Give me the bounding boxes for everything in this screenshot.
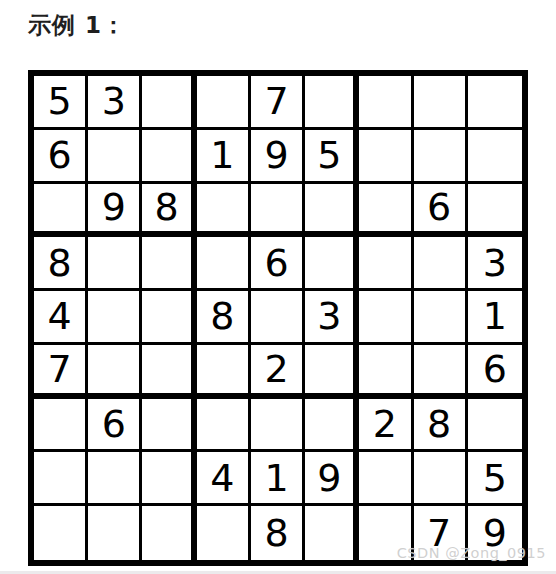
sudoku-cell-r2c8[interactable]	[414, 130, 468, 184]
sudoku-cell-r1c1[interactable]: 5	[34, 76, 88, 130]
sudoku-cell-r4c2[interactable]	[88, 237, 142, 291]
sudoku-cell-r1c2[interactable]: 3	[88, 76, 142, 130]
sudoku-board: 537619598686348317266284195879	[28, 70, 528, 566]
sudoku-cell-r2c9[interactable]	[468, 130, 522, 184]
sudoku-cell-r9c5[interactable]: 8	[251, 506, 305, 560]
watermark: CSDN @Zong_0915	[397, 545, 546, 561]
sudoku-cell-r6c1[interactable]: 7	[34, 345, 88, 399]
sudoku-cell-r4c9[interactable]: 3	[468, 237, 522, 291]
sudoku-cell-r3c1[interactable]	[34, 184, 88, 238]
sudoku-cell-r3c3[interactable]: 8	[142, 184, 196, 238]
sudoku-cell-r4c4[interactable]	[197, 237, 251, 291]
sudoku-cell-r5c1[interactable]: 4	[34, 291, 88, 345]
sudoku-cell-r4c5[interactable]: 6	[251, 237, 305, 291]
sudoku-cell-r3c8[interactable]: 6	[414, 184, 468, 238]
sudoku-cell-r3c2[interactable]: 9	[88, 184, 142, 238]
sudoku-cell-r2c1[interactable]: 6	[34, 130, 88, 184]
sudoku-cell-r3c9[interactable]	[468, 184, 522, 238]
sudoku-cell-r4c3[interactable]	[142, 237, 196, 291]
sudoku-cell-r1c7[interactable]	[359, 76, 413, 130]
sudoku-cell-r6c6[interactable]	[305, 345, 359, 399]
sudoku-cell-r6c3[interactable]	[142, 345, 196, 399]
sudoku-cell-r7c1[interactable]	[34, 399, 88, 453]
sudoku-cell-r4c6[interactable]	[305, 237, 359, 291]
sudoku-cell-r4c7[interactable]	[359, 237, 413, 291]
sudoku-cell-r8c8[interactable]	[414, 452, 468, 506]
sudoku-cell-r8c2[interactable]	[88, 452, 142, 506]
sudoku-cell-r8c6[interactable]: 9	[305, 452, 359, 506]
sudoku-cell-r1c3[interactable]	[142, 76, 196, 130]
sudoku-cell-r1c5[interactable]: 7	[251, 76, 305, 130]
sudoku-cell-r9c4[interactable]	[197, 506, 251, 560]
sudoku-cell-r9c3[interactable]	[142, 506, 196, 560]
sudoku-cell-r3c4[interactable]	[197, 184, 251, 238]
page: 示例 1： 537619598686348317266284195879 CSD…	[0, 0, 556, 574]
sudoku-cell-r5c3[interactable]	[142, 291, 196, 345]
sudoku-cell-r7c2[interactable]: 6	[88, 399, 142, 453]
sudoku-cell-r4c8[interactable]	[414, 237, 468, 291]
sudoku-cell-r7c5[interactable]	[251, 399, 305, 453]
sudoku-cell-r8c1[interactable]	[34, 452, 88, 506]
sudoku-cell-r8c7[interactable]	[359, 452, 413, 506]
sudoku-cell-r2c3[interactable]	[142, 130, 196, 184]
sudoku-cell-r6c2[interactable]	[88, 345, 142, 399]
sudoku-cell-r5c9[interactable]: 1	[468, 291, 522, 345]
sudoku-cell-r2c6[interactable]: 5	[305, 130, 359, 184]
sudoku-cell-r8c9[interactable]: 5	[468, 452, 522, 506]
sudoku-cell-r3c7[interactable]	[359, 184, 413, 238]
sudoku-cell-r7c9[interactable]	[468, 399, 522, 453]
sudoku-cell-r7c7[interactable]: 2	[359, 399, 413, 453]
sudoku-cell-r5c7[interactable]	[359, 291, 413, 345]
sudoku-cell-r8c3[interactable]	[142, 452, 196, 506]
sudoku-cell-r3c6[interactable]	[305, 184, 359, 238]
sudoku-cell-r1c4[interactable]	[197, 76, 251, 130]
sudoku-cell-r5c8[interactable]	[414, 291, 468, 345]
sudoku-cell-r6c9[interactable]: 6	[468, 345, 522, 399]
sudoku-cell-r6c7[interactable]	[359, 345, 413, 399]
sudoku-cell-r7c8[interactable]: 8	[414, 399, 468, 453]
sudoku-cell-r6c5[interactable]: 2	[251, 345, 305, 399]
sudoku-cell-r1c6[interactable]	[305, 76, 359, 130]
sudoku-cell-r7c4[interactable]	[197, 399, 251, 453]
sudoku-cell-r2c5[interactable]: 9	[251, 130, 305, 184]
sudoku-cell-r5c6[interactable]: 3	[305, 291, 359, 345]
sudoku-cell-r5c4[interactable]: 8	[197, 291, 251, 345]
sudoku-cell-r1c8[interactable]	[414, 76, 468, 130]
sudoku-cell-r8c5[interactable]: 1	[251, 452, 305, 506]
sudoku-cell-r6c4[interactable]	[197, 345, 251, 399]
sudoku-cell-r8c4[interactable]: 4	[197, 452, 251, 506]
sudoku-cell-r9c6[interactable]	[305, 506, 359, 560]
sudoku-cell-r1c9[interactable]	[468, 76, 522, 130]
sudoku-cell-r9c2[interactable]	[88, 506, 142, 560]
sudoku-cell-r6c8[interactable]	[414, 345, 468, 399]
sudoku-cell-r7c3[interactable]	[142, 399, 196, 453]
sudoku-cell-r3c5[interactable]	[251, 184, 305, 238]
sudoku-cell-r9c1[interactable]	[34, 506, 88, 560]
page-title: 示例 1：	[28, 10, 126, 41]
sudoku-cell-r2c2[interactable]	[88, 130, 142, 184]
sudoku-cell-r7c6[interactable]	[305, 399, 359, 453]
sudoku-cell-r2c4[interactable]: 1	[197, 130, 251, 184]
sudoku-cell-r2c7[interactable]	[359, 130, 413, 184]
sudoku-cell-r5c5[interactable]	[251, 291, 305, 345]
sudoku-cell-r5c2[interactable]	[88, 291, 142, 345]
sudoku-cell-r4c1[interactable]: 8	[34, 237, 88, 291]
